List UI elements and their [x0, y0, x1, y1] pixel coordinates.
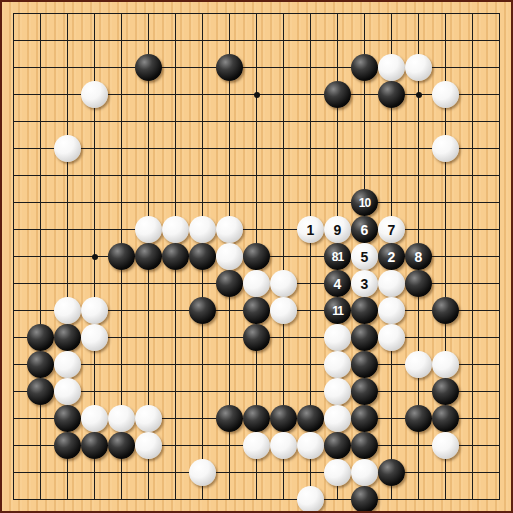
stone-white-N7[interactable]	[324, 324, 351, 351]
stone-white-D8[interactable]	[81, 297, 108, 324]
stone-white-L9[interactable]	[270, 270, 297, 297]
stone-white-R3[interactable]	[432, 432, 459, 459]
stone-black-O17[interactable]	[351, 54, 378, 81]
stone-black-B7[interactable]	[27, 324, 54, 351]
move-number-label: 2	[388, 250, 396, 264]
stone-white-P7[interactable]	[378, 324, 405, 351]
stone-white-P9[interactable]	[378, 270, 405, 297]
stone-black-O7[interactable]	[351, 324, 378, 351]
stone-white-N6[interactable]	[324, 351, 351, 378]
stone-white-P11[interactable]: 7	[378, 216, 405, 243]
stone-white-F11[interactable]	[135, 216, 162, 243]
stone-white-O9[interactable]: 3	[351, 270, 378, 297]
stone-white-M1[interactable]	[297, 486, 324, 513]
stone-black-O8[interactable]	[351, 297, 378, 324]
stone-black-P16[interactable]	[378, 81, 405, 108]
star-point	[92, 254, 98, 260]
stone-black-C7[interactable]	[54, 324, 81, 351]
stone-black-F17[interactable]	[135, 54, 162, 81]
stone-white-F4[interactable]	[135, 405, 162, 432]
stone-black-P2[interactable]	[378, 459, 405, 486]
stone-black-N3[interactable]	[324, 432, 351, 459]
move-number-label: 10	[359, 197, 370, 209]
stone-black-Q4[interactable]	[405, 405, 432, 432]
stone-white-F3[interactable]	[135, 432, 162, 459]
stone-white-R16[interactable]	[432, 81, 459, 108]
move-number-label: 3	[361, 277, 369, 291]
stone-white-J10[interactable]	[216, 243, 243, 270]
stone-black-N8[interactable]: 11	[324, 297, 351, 324]
move-number-label: 5	[361, 250, 369, 264]
stone-black-G10[interactable]	[162, 243, 189, 270]
stone-white-R6[interactable]	[432, 351, 459, 378]
stone-black-R4[interactable]	[432, 405, 459, 432]
stone-black-K4[interactable]	[243, 405, 270, 432]
stone-white-L3[interactable]	[270, 432, 297, 459]
stone-white-Q6[interactable]	[405, 351, 432, 378]
stone-white-K3[interactable]	[243, 432, 270, 459]
stone-white-O2[interactable]	[351, 459, 378, 486]
stone-white-N4[interactable]	[324, 405, 351, 432]
stone-white-D16[interactable]	[81, 81, 108, 108]
stone-white-C6[interactable]	[54, 351, 81, 378]
stone-black-H10[interactable]	[189, 243, 216, 270]
stone-black-O6[interactable]	[351, 351, 378, 378]
stone-white-D4[interactable]	[81, 405, 108, 432]
move-number-label: 11	[332, 305, 343, 317]
stone-white-N5[interactable]	[324, 378, 351, 405]
stone-black-O11[interactable]: 6	[351, 216, 378, 243]
stone-white-R14[interactable]	[432, 135, 459, 162]
stone-black-O1[interactable]	[351, 486, 378, 513]
stone-black-C4[interactable]	[54, 405, 81, 432]
stone-white-J11[interactable]	[216, 216, 243, 243]
stone-white-C8[interactable]	[54, 297, 81, 324]
stone-black-R5[interactable]	[432, 378, 459, 405]
stone-black-B6[interactable]	[27, 351, 54, 378]
stone-black-J9[interactable]	[216, 270, 243, 297]
stone-black-D3[interactable]	[81, 432, 108, 459]
stone-black-O5[interactable]	[351, 378, 378, 405]
stone-white-P8[interactable]	[378, 297, 405, 324]
move-number-label: 1	[307, 223, 315, 237]
stone-black-K10[interactable]	[243, 243, 270, 270]
stone-white-N2[interactable]	[324, 459, 351, 486]
stone-black-C3[interactable]	[54, 432, 81, 459]
move-number-label: 81	[332, 251, 343, 263]
stone-black-F10[interactable]	[135, 243, 162, 270]
stone-black-H8[interactable]	[189, 297, 216, 324]
stone-white-D7[interactable]	[81, 324, 108, 351]
stone-black-N10[interactable]: 81	[324, 243, 351, 270]
stone-black-B5[interactable]	[27, 378, 54, 405]
stone-black-N9[interactable]: 4	[324, 270, 351, 297]
star-point	[416, 92, 422, 98]
stone-white-M3[interactable]	[297, 432, 324, 459]
stone-black-Q9[interactable]	[405, 270, 432, 297]
stone-white-H11[interactable]	[189, 216, 216, 243]
stone-black-Q10[interactable]: 8	[405, 243, 432, 270]
stone-black-E10[interactable]	[108, 243, 135, 270]
stone-black-K7[interactable]	[243, 324, 270, 351]
stone-white-Q17[interactable]	[405, 54, 432, 81]
stone-white-P17[interactable]	[378, 54, 405, 81]
stone-white-M11[interactable]: 1	[297, 216, 324, 243]
stone-white-C5[interactable]	[54, 378, 81, 405]
stone-black-J4[interactable]	[216, 405, 243, 432]
stone-black-P10[interactable]: 2	[378, 243, 405, 270]
stone-white-G11[interactable]	[162, 216, 189, 243]
stone-white-O10[interactable]: 5	[351, 243, 378, 270]
stone-white-E4[interactable]	[108, 405, 135, 432]
stone-black-O4[interactable]	[351, 405, 378, 432]
move-number-label: 9	[334, 223, 342, 237]
stone-white-C14[interactable]	[54, 135, 81, 162]
stone-black-K8[interactable]	[243, 297, 270, 324]
stone-black-L4[interactable]	[270, 405, 297, 432]
stone-white-N11[interactable]: 9	[324, 216, 351, 243]
stone-white-K9[interactable]	[243, 270, 270, 297]
go-board[interactable]: 101967815284311	[0, 0, 513, 513]
stone-black-O3[interactable]	[351, 432, 378, 459]
stone-black-R8[interactable]	[432, 297, 459, 324]
stone-black-O12[interactable]: 10	[351, 189, 378, 216]
move-number-label: 7	[388, 223, 396, 237]
stone-white-H2[interactable]	[189, 459, 216, 486]
move-number-label: 6	[361, 223, 369, 237]
stone-black-M4[interactable]	[297, 405, 324, 432]
stone-black-E3[interactable]	[108, 432, 135, 459]
stone-black-N16[interactable]	[324, 81, 351, 108]
stone-black-J17[interactable]	[216, 54, 243, 81]
star-point	[254, 92, 260, 98]
move-number-label: 4	[334, 277, 342, 291]
stone-white-L8[interactable]	[270, 297, 297, 324]
move-number-label: 8	[415, 250, 423, 264]
